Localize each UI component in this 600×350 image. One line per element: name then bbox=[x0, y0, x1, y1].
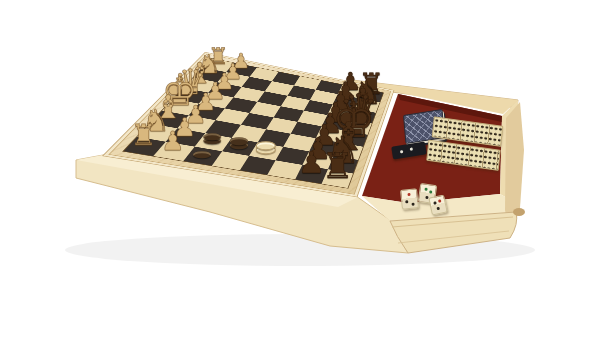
domino-pip bbox=[400, 150, 403, 153]
board-square[interactable] bbox=[321, 169, 353, 188]
drawer-finger-notch bbox=[513, 208, 525, 216]
die bbox=[428, 195, 447, 216]
product-photo-stage: ♜♟♟♜♞♟♟♞♝♟♟♝♛♟♟♛♚♟♟♚♝♟♟♝♞♟♟♞♜♟♟♜ bbox=[0, 0, 600, 350]
dominoes bbox=[429, 116, 504, 175]
die bbox=[400, 188, 419, 210]
domino-pip bbox=[410, 147, 413, 150]
